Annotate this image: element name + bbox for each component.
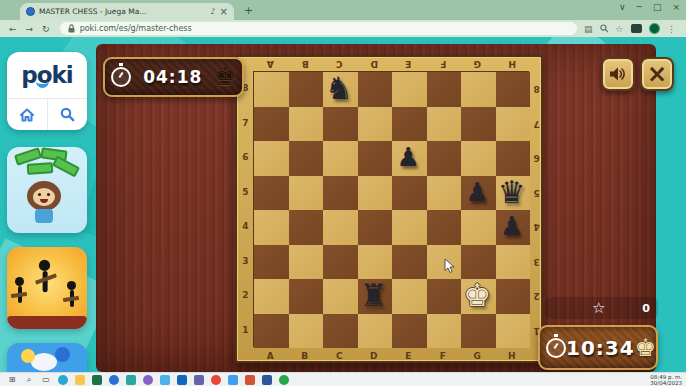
url-omnibox[interactable]: poki.com/es/g/master-chess [60, 22, 577, 35]
bookmark-star-icon[interactable]: ☆ [615, 24, 623, 34]
coord-label: A [253, 58, 288, 71]
coord-label: C [322, 58, 357, 71]
search-button[interactable] [47, 99, 88, 130]
speaker-icon [609, 66, 627, 82]
monkey-eye [47, 193, 50, 196]
browser-tab[interactable]: MASTER CHESS - Juega Ma... ♪ × [20, 3, 234, 20]
square-e3[interactable] [392, 245, 427, 280]
coord-label: E [391, 348, 426, 363]
coord-label: 7 [530, 106, 543, 141]
square-d8[interactable] [358, 72, 393, 107]
square-f6[interactable] [427, 141, 462, 176]
close-game-button[interactable]: × [640, 57, 674, 91]
square-a5[interactable] [254, 176, 289, 211]
square-h2[interactable] [496, 279, 531, 314]
coord-label: G [460, 348, 495, 363]
window-minimize-button[interactable]: ─ [637, 2, 642, 12]
side-panel-icon[interactable] [631, 24, 642, 33]
square-f2[interactable] [427, 279, 462, 314]
url-text: poki.com/es/g/master-chess [80, 24, 192, 33]
board-grid [253, 71, 529, 347]
taskbar-clock[interactable]: 08:49 p. m. 30/04/2023 [650, 374, 682, 386]
square-h8[interactable] [496, 72, 531, 107]
coord-label: 5 [239, 175, 252, 210]
square-f1[interactable] [427, 314, 462, 349]
window-maximize-button[interactable]: □ [653, 2, 662, 12]
square-f8[interactable] [427, 72, 462, 107]
square-g2[interactable] [461, 279, 496, 314]
square-h6[interactable] [496, 141, 531, 176]
square-e8[interactable] [392, 72, 427, 107]
star-icon[interactable]: ☆ [592, 299, 605, 317]
opponent-timer-panel: 04:18 ♚ [103, 57, 244, 97]
square-b2[interactable] [289, 279, 324, 314]
coord-label: 1 [239, 313, 252, 348]
board-ranks-right: 87654321 [530, 71, 543, 347]
square-g5[interactable] [461, 176, 496, 211]
coord-label: H [495, 58, 530, 71]
square-f7[interactable] [427, 107, 462, 142]
mouse-cursor [444, 258, 455, 274]
coord-label: B [288, 58, 323, 71]
coord-label: D [357, 58, 392, 71]
podium [7, 316, 87, 329]
taskbar-icon-app-teal[interactable] [126, 375, 136, 385]
browser-menu-icon[interactable]: ⋮ [667, 24, 676, 34]
coord-label: 6 [530, 140, 543, 175]
square-g4[interactable] [461, 210, 496, 245]
score-value: 0 [642, 302, 650, 315]
home-button[interactable] [7, 99, 47, 130]
close-icon: × [647, 62, 667, 86]
white-king-icon: ♚ [635, 336, 657, 360]
board-files-top: ABCDEFGH [253, 58, 529, 71]
opponent-timer: 04:18 [131, 67, 214, 87]
black-king-icon: ♚ [214, 65, 236, 89]
square-g3[interactable] [461, 245, 496, 280]
search-toolbar-icon[interactable] [600, 24, 609, 33]
stopwatch-icon [111, 67, 131, 87]
square-e4[interactable] [392, 210, 427, 245]
score-row: ☆ 0 [545, 297, 658, 319]
coord-label: F [426, 58, 461, 71]
sound-button[interactable] [601, 57, 635, 91]
taskbar-icon-task-view[interactable]: ▭ [41, 375, 51, 385]
square-d5[interactable] [358, 176, 393, 211]
profile-avatar[interactable] [649, 23, 660, 34]
square-b7[interactable] [289, 107, 324, 142]
square-a6[interactable] [254, 141, 289, 176]
window-close-button[interactable]: × [672, 2, 680, 12]
square-b5[interactable] [289, 176, 324, 211]
taskbar-icon-teams[interactable] [194, 375, 204, 385]
taskbar-time: 08:49 p. m. [650, 374, 682, 380]
taskbar-icon-file-explorer[interactable] [75, 375, 85, 385]
coord-label: 2 [530, 278, 543, 313]
monkey-eye [38, 193, 41, 196]
square-c7[interactable] [323, 107, 358, 142]
coord-label: 2 [239, 278, 252, 313]
taskbar-icon-excel[interactable] [92, 375, 102, 385]
coord-label: 6 [239, 140, 252, 175]
game-thumbnail-blue-game[interactable] [7, 343, 87, 372]
tab-close-icon[interactable]: × [220, 7, 228, 17]
tab-audio-icon: ♪ [211, 7, 216, 16]
square-d1[interactable] [358, 314, 393, 349]
taskbar-icon-word[interactable] [262, 375, 272, 385]
coord-label: 3 [530, 244, 543, 279]
monkey-body [35, 209, 53, 223]
square-d2[interactable] [358, 279, 393, 314]
square-a4[interactable] [254, 210, 289, 245]
square-b1[interactable] [289, 314, 324, 349]
windows-taskbar: ⊞⌕▭ 08:49 p. m. 30/04/2023 [0, 372, 686, 386]
back-button[interactable]: ← [9, 24, 17, 34]
taskbar-icon-outlook[interactable] [177, 375, 187, 385]
stickman-icon [67, 281, 76, 307]
tab-favicon-icon [26, 7, 35, 16]
square-b6[interactable] [289, 141, 324, 176]
padlock-icon [68, 24, 75, 33]
taskbar-icon-chrome[interactable] [211, 375, 221, 385]
square-e5[interactable] [392, 176, 427, 211]
square-b3[interactable] [289, 245, 324, 280]
square-h3[interactable] [496, 245, 531, 280]
taskbar-icon-start[interactable]: ⊞ [7, 375, 17, 385]
coord-label: G [460, 58, 495, 71]
coord-label: 4 [530, 209, 543, 244]
stickman-icon [15, 277, 24, 303]
search-icon [60, 107, 75, 122]
square-c5[interactable] [323, 176, 358, 211]
coord-label: 4 [239, 209, 252, 244]
taskbar-icon-app-violet[interactable] [143, 375, 153, 385]
taskbar-date: 30/04/2023 [650, 380, 682, 386]
square-a3[interactable] [254, 245, 289, 280]
square-a8[interactable] [254, 72, 289, 107]
square-h5[interactable] [496, 176, 531, 211]
square-g1[interactable] [461, 314, 496, 349]
game-thumbnail-stickman-army[interactable] [7, 247, 87, 329]
chess-board: ABCDEFGH ABCDEFGH 87654321 87654321 ♞♟♟♛… [235, 55, 543, 363]
home-icon [19, 108, 35, 122]
board-ranks-left: 87654321 [239, 71, 252, 347]
tab-search-icon[interactable]: ∨ [619, 2, 626, 12]
coord-label: 7 [239, 106, 252, 141]
coord-label: E [391, 58, 426, 71]
square-e6[interactable] [392, 141, 427, 176]
coord-label: 5 [530, 175, 543, 210]
square-d3[interactable] [358, 245, 393, 280]
square-d4[interactable] [358, 210, 393, 245]
square-c8[interactable] [323, 72, 358, 107]
new-tab-button[interactable]: + [244, 4, 253, 17]
square-d7[interactable] [358, 107, 393, 142]
square-a1[interactable] [254, 314, 289, 349]
browser-addressbar: ← → ↻ poki.com/es/g/master-chess ▤ ☆ ⋮ [0, 20, 686, 37]
player-timer: 10:34 [566, 336, 635, 360]
square-h1[interactable] [496, 314, 531, 349]
square-e2[interactable] [392, 279, 427, 314]
player-timer-panel: 10:34 ♚ [538, 325, 658, 370]
square-a7[interactable] [254, 107, 289, 142]
square-c2[interactable] [323, 279, 358, 314]
board-files-bottom: ABCDEFGH [253, 348, 529, 363]
coord-label: H [495, 348, 530, 363]
reload-button[interactable]: ↻ [42, 24, 50, 34]
monkey-face [33, 188, 55, 206]
square-b4[interactable] [289, 210, 324, 245]
square-g8[interactable] [461, 72, 496, 107]
taskbar-icon-mail[interactable] [160, 375, 170, 385]
square-a2[interactable] [254, 279, 289, 314]
poki-logo[interactable]: poki [7, 52, 87, 98]
square-c6[interactable] [323, 141, 358, 176]
stopwatch-icon [546, 338, 566, 358]
game-thumbnail-monkey-money[interactable] [7, 147, 87, 233]
square-e1[interactable] [392, 314, 427, 349]
taskbar-icon-app-green[interactable] [279, 375, 289, 385]
square-g7[interactable] [461, 107, 496, 142]
taskbar-icon-powerpoint[interactable] [245, 375, 255, 385]
square-d6[interactable] [358, 141, 393, 176]
square-h4[interactable] [496, 210, 531, 245]
coord-label: F [426, 348, 461, 363]
blob [55, 347, 70, 362]
taskbar-icon-search[interactable]: ⌕ [24, 375, 34, 385]
money-icon [27, 162, 54, 175]
blob [21, 349, 35, 363]
square-g6[interactable] [461, 141, 496, 176]
square-c3[interactable] [323, 245, 358, 280]
square-e7[interactable] [392, 107, 427, 142]
square-h7[interactable] [496, 107, 531, 142]
square-c4[interactable] [323, 210, 358, 245]
page-actions-icon[interactable]: ▤ [584, 24, 593, 34]
tab-title: MASTER CHESS - Juega Ma... [39, 7, 207, 16]
browser-tabstrip: MASTER CHESS - Juega Ma... ♪ × + ∨ ─ □ × [0, 0, 686, 20]
coord-label: 8 [530, 71, 543, 106]
square-f4[interactable] [427, 210, 462, 245]
square-c1[interactable] [323, 314, 358, 349]
taskbar-icon-photos[interactable] [228, 375, 238, 385]
coord-label: 3 [239, 244, 252, 279]
coord-label: C [322, 348, 357, 363]
coord-label: B [288, 348, 323, 363]
square-b8[interactable] [289, 72, 324, 107]
screen: MASTER CHESS - Juega Ma... ♪ × + ∨ ─ □ ×… [0, 0, 686, 386]
forward-button[interactable]: → [26, 24, 34, 34]
taskbar-icon-edge[interactable] [58, 375, 68, 385]
poki-logo-card: poki [7, 52, 87, 130]
square-f5[interactable] [427, 176, 462, 211]
coord-label: D [357, 348, 392, 363]
coord-label: A [253, 348, 288, 363]
taskbar-icon-app-blue[interactable] [109, 375, 119, 385]
